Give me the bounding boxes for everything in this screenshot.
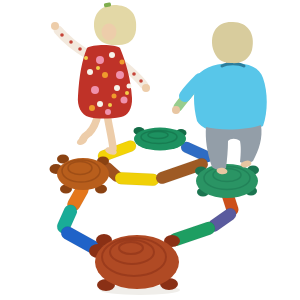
turtle-right bbox=[195, 164, 259, 198]
photo-canvas bbox=[0, 0, 300, 300]
connector-mid-yellow bbox=[115, 172, 160, 186]
turtle-front bbox=[89, 234, 180, 291]
boy-shirt bbox=[194, 63, 267, 133]
turtle-back bbox=[134, 127, 187, 151]
girl-face bbox=[102, 24, 117, 41]
product-photo bbox=[0, 0, 300, 300]
boy-hair bbox=[212, 22, 253, 63]
